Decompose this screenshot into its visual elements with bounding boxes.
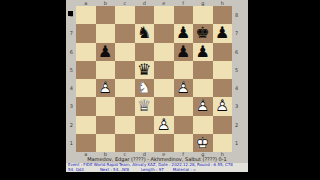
rank-labels-right: 87654321 <box>233 6 247 152</box>
square-e1[interactable] <box>154 134 174 152</box>
black-pawn[interactable] <box>96 43 116 61</box>
square-g3[interactable] <box>193 97 213 115</box>
black-queen[interactable] <box>135 61 155 79</box>
square-g4[interactable] <box>193 79 213 97</box>
square-e7[interactable] <box>154 24 174 42</box>
rank-label-8: 8 <box>233 6 247 24</box>
side-to-move-indicator <box>68 11 73 16</box>
square-c6[interactable] <box>115 43 135 61</box>
white-king[interactable] <box>193 134 213 152</box>
white-knight[interactable] <box>135 79 155 97</box>
square-d4[interactable] <box>135 79 155 97</box>
square-f3[interactable] <box>174 97 194 115</box>
square-b6[interactable] <box>96 43 116 61</box>
square-d5[interactable] <box>135 61 155 79</box>
video-frame: abcdefgh 87654321 87654321 abcdefgh Mame… <box>0 0 320 180</box>
rank-label-3: 3 <box>233 97 247 115</box>
square-h3[interactable] <box>213 97 233 115</box>
square-g1[interactable] <box>193 134 213 152</box>
square-h8[interactable] <box>213 6 233 24</box>
square-h1[interactable] <box>213 134 233 152</box>
square-b1[interactable] <box>96 134 116 152</box>
rank-label-4: 4 <box>233 79 247 97</box>
square-f5[interactable] <box>174 61 194 79</box>
rank-label-6: 6 <box>66 43 75 61</box>
black-knight[interactable] <box>135 24 155 42</box>
square-a3[interactable] <box>76 97 96 115</box>
square-e8[interactable] <box>154 6 174 24</box>
white-queen[interactable] <box>135 97 155 115</box>
rank-label-6: 6 <box>233 43 247 61</box>
square-e3[interactable] <box>154 97 174 115</box>
square-d3[interactable] <box>135 97 155 115</box>
square-c7[interactable] <box>115 24 135 42</box>
white-pawn[interactable] <box>96 79 116 97</box>
square-a7[interactable] <box>76 24 96 42</box>
square-f7[interactable] <box>174 24 194 42</box>
rank-label-4: 4 <box>66 79 75 97</box>
square-d2[interactable] <box>135 116 155 134</box>
black-king[interactable] <box>193 24 213 42</box>
square-b5[interactable] <box>96 61 116 79</box>
rank-label-7: 7 <box>66 24 75 42</box>
square-c4[interactable] <box>115 79 135 97</box>
square-a1[interactable] <box>76 134 96 152</box>
square-d6[interactable] <box>135 43 155 61</box>
square-a2[interactable] <box>76 116 96 134</box>
square-f6[interactable] <box>174 43 194 61</box>
rank-label-5: 5 <box>66 61 75 79</box>
white-pawn[interactable] <box>174 79 194 97</box>
rank-label-3: 3 <box>66 97 75 115</box>
black-pawn[interactable] <box>193 43 213 61</box>
square-g8[interactable] <box>193 6 213 24</box>
square-f2[interactable] <box>174 116 194 134</box>
square-b2[interactable] <box>96 116 116 134</box>
rank-label-5: 5 <box>233 61 247 79</box>
square-f4[interactable] <box>174 79 194 97</box>
square-h6[interactable] <box>213 43 233 61</box>
square-h7[interactable] <box>213 24 233 42</box>
rank-label-7: 7 <box>233 24 247 42</box>
square-a5[interactable] <box>76 61 96 79</box>
square-d8[interactable] <box>135 6 155 24</box>
white-pawn[interactable] <box>213 97 233 115</box>
square-h2[interactable] <box>213 116 233 134</box>
square-b8[interactable] <box>96 6 116 24</box>
game-length: Length : 97 <box>141 168 164 173</box>
square-b3[interactable] <box>96 97 116 115</box>
square-e4[interactable] <box>154 79 174 97</box>
players-line: Mamedov, Edgar (????) - Akhmedinov, Salb… <box>66 156 248 162</box>
next-move: Next : 54...Nf8 <box>100 168 129 173</box>
rank-label-2: 2 <box>233 116 247 134</box>
square-a6[interactable] <box>76 43 96 61</box>
white-pawn[interactable] <box>154 116 174 134</box>
square-e5[interactable] <box>154 61 174 79</box>
rank-labels-left: 87654321 <box>66 6 75 152</box>
square-a8[interactable] <box>76 6 96 24</box>
square-a4[interactable] <box>76 79 96 97</box>
square-g2[interactable] <box>193 116 213 134</box>
square-d1[interactable] <box>135 134 155 152</box>
diagram-area: abcdefgh 87654321 87654321 abcdefgh Mame… <box>66 0 248 172</box>
square-b7[interactable] <box>96 24 116 42</box>
square-e2[interactable] <box>154 116 174 134</box>
square-g7[interactable] <box>193 24 213 42</box>
rank-label-2: 2 <box>66 116 75 134</box>
square-c5[interactable] <box>115 61 135 79</box>
black-pawn[interactable] <box>174 43 194 61</box>
black-pawn[interactable] <box>174 24 194 42</box>
game-info-box: Event : FIDE World Rapid Team, Almaty KA… <box>66 163 248 172</box>
square-h4[interactable] <box>213 79 233 97</box>
square-c3[interactable] <box>115 97 135 115</box>
square-c1[interactable] <box>115 134 135 152</box>
square-c8[interactable] <box>115 6 135 24</box>
square-c2[interactable] <box>115 116 135 134</box>
rank-label-1: 1 <box>233 134 247 152</box>
square-h5[interactable] <box>213 61 233 79</box>
square-f8[interactable] <box>174 6 194 24</box>
square-e6[interactable] <box>154 43 174 61</box>
white-pawn[interactable] <box>193 97 213 115</box>
square-b4[interactable] <box>96 79 116 97</box>
material-balance: Material : = <box>173 168 197 173</box>
square-g5[interactable] <box>193 61 213 79</box>
square-f1[interactable] <box>174 134 194 152</box>
square-g6[interactable] <box>193 43 213 61</box>
square-d7[interactable] <box>135 24 155 42</box>
rank-label-1: 1 <box>66 134 75 152</box>
last-move: 54. Qd3 <box>68 168 84 173</box>
chess-board[interactable] <box>76 6 232 152</box>
move-line: 54. Qd3 Next : 54...Nf8 Length : 97 Mate… <box>66 168 248 173</box>
black-pawn[interactable] <box>213 24 233 42</box>
